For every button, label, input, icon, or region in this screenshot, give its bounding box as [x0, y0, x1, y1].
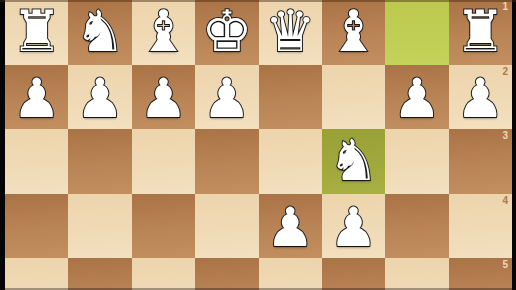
square-f5[interactable] — [132, 258, 195, 290]
square-d5[interactable] — [259, 258, 322, 290]
square-h2[interactable]: ♟ — [5, 65, 68, 130]
square-a3[interactable]: 3 — [449, 129, 512, 194]
rank-label-4: 4 — [502, 195, 508, 207]
letterbox-right — [512, 0, 516, 290]
square-a5[interactable]: 5 — [449, 258, 512, 290]
piece-white-knight-c3[interactable]: ♞ — [322, 129, 385, 193]
piece-white-pawn-c4[interactable]: ♟ — [322, 196, 385, 259]
square-c4[interactable]: ♟ — [322, 194, 385, 259]
square-d2[interactable] — [259, 65, 322, 130]
square-c1[interactable]: ♝ — [322, 0, 385, 65]
piece-white-pawn-g2[interactable]: ♟ — [68, 67, 131, 130]
square-d3[interactable] — [259, 129, 322, 194]
square-d4[interactable]: ♟ — [259, 194, 322, 259]
piece-white-bishop-c1[interactable]: ♝ — [322, 0, 385, 64]
piece-white-bishop-f1[interactable]: ♝ — [132, 0, 195, 64]
square-b1[interactable] — [385, 0, 448, 65]
square-f1[interactable]: ♝ — [132, 0, 195, 65]
square-c5[interactable] — [322, 258, 385, 290]
square-g4[interactable] — [68, 194, 131, 259]
square-e5[interactable] — [195, 258, 258, 290]
square-a2[interactable]: ♟2 — [449, 65, 512, 130]
piece-white-knight-g1[interactable]: ♞ — [68, 0, 131, 64]
piece-white-pawn-e2[interactable]: ♟ — [195, 67, 258, 130]
rank-label-2: 2 — [502, 66, 508, 78]
piece-white-rook-h1[interactable]: ♜ — [5, 0, 68, 64]
square-g5[interactable] — [68, 258, 131, 290]
square-h5[interactable] — [5, 258, 68, 290]
square-f3[interactable] — [132, 129, 195, 194]
piece-white-pawn-f2[interactable]: ♟ — [132, 67, 195, 130]
square-f4[interactable] — [132, 194, 195, 259]
square-b2[interactable]: ♟ — [385, 65, 448, 130]
piece-white-pawn-b2[interactable]: ♟ — [385, 67, 448, 130]
chessboard: ♜♞♝♚♛♝♜1♟♟♟♟♟♟2♞3♟♟45678 — [5, 0, 512, 290]
piece-white-pawn-h2[interactable]: ♟ — [5, 67, 68, 130]
chess-app-viewport: ♜♞♝♚♛♝♜1♟♟♟♟♟♟2♞3♟♟45678 — [0, 0, 516, 290]
square-b3[interactable] — [385, 129, 448, 194]
square-c2[interactable] — [322, 65, 385, 130]
square-h3[interactable] — [5, 129, 68, 194]
rank-label-5: 5 — [502, 259, 508, 271]
square-d1[interactable]: ♛ — [259, 0, 322, 65]
square-e3[interactable] — [195, 129, 258, 194]
rank-label-1: 1 — [502, 1, 508, 13]
square-e1[interactable]: ♚ — [195, 0, 258, 65]
rank-label-3: 3 — [502, 130, 508, 142]
square-g3[interactable] — [68, 129, 131, 194]
piece-white-pawn-d4[interactable]: ♟ — [259, 196, 322, 259]
square-f2[interactable]: ♟ — [132, 65, 195, 130]
square-b5[interactable] — [385, 258, 448, 290]
square-a1[interactable]: ♜1 — [449, 0, 512, 65]
piece-white-queen-d1[interactable]: ♛ — [259, 0, 322, 64]
square-g2[interactable]: ♟ — [68, 65, 131, 130]
square-e2[interactable]: ♟ — [195, 65, 258, 130]
square-h1[interactable]: ♜ — [5, 0, 68, 65]
letterbox-left — [0, 0, 5, 290]
piece-white-king-e1[interactable]: ♚ — [195, 0, 258, 64]
square-b4[interactable] — [385, 194, 448, 259]
square-e4[interactable] — [195, 194, 258, 259]
square-a4[interactable]: 4 — [449, 194, 512, 259]
square-h4[interactable] — [5, 194, 68, 259]
square-g1[interactable]: ♞ — [68, 0, 131, 65]
square-c3[interactable]: ♞ — [322, 129, 385, 194]
